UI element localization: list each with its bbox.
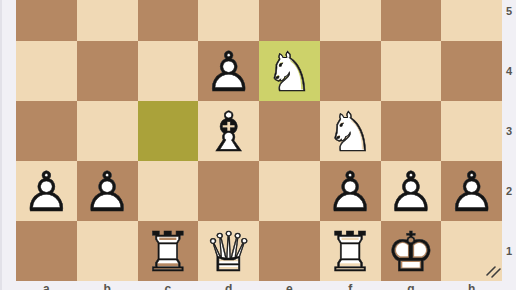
rank-label-4: 4 [502, 41, 516, 101]
square-c1[interactable]: ♜♖ [138, 221, 199, 281]
file-coordinates: abcdefgh [16, 283, 502, 290]
square-d2[interactable] [198, 161, 259, 221]
square-f1[interactable]: ♜♖ [320, 221, 381, 281]
file-label-h: h [441, 283, 502, 290]
white-knight[interactable]: ♞♘ [265, 45, 314, 100]
square-b3[interactable] [77, 101, 138, 161]
square-f3[interactable]: ♞♘ [320, 101, 381, 161]
piece-glyph-outline: ♘ [265, 45, 314, 100]
rank-label-5: 5 [502, 0, 516, 41]
white-pawn[interactable]: ♟♙ [447, 165, 496, 220]
square-e1[interactable] [259, 221, 320, 281]
piece-glyph-outline: ♙ [325, 165, 374, 220]
square-a5[interactable] [16, 0, 77, 41]
square-c3[interactable] [138, 101, 199, 161]
white-bishop[interactable]: ♝♗ [204, 105, 253, 160]
piece-glyph-outline: ♙ [204, 45, 253, 100]
square-d4[interactable]: ♟♙ [198, 41, 259, 101]
square-c4[interactable] [138, 41, 199, 101]
square-g4[interactable] [381, 41, 442, 101]
square-g2[interactable]: ♟♙ [381, 161, 442, 221]
square-f5[interactable] [320, 0, 381, 41]
square-c5[interactable] [138, 0, 199, 41]
square-g3[interactable] [381, 101, 442, 161]
chess-board: ♟♙♞♘♝♗♞♘♟♙♟♙♟♙♟♙♟♙♜♖♛♕♜♖♚♔ [16, 0, 502, 281]
rank-coordinates: 54321 [502, 0, 516, 281]
square-h3[interactable] [441, 101, 502, 161]
square-e4[interactable]: ♞♘ [259, 41, 320, 101]
rank-label-1: 1 [502, 221, 516, 281]
file-label-c: c [138, 283, 199, 290]
square-b1[interactable] [77, 221, 138, 281]
piece-glyph-outline: ♖ [143, 225, 192, 280]
square-b5[interactable] [77, 0, 138, 41]
rank-label-3: 3 [502, 101, 516, 161]
square-f4[interactable] [320, 41, 381, 101]
board-resize-handle-icon[interactable] [486, 263, 502, 279]
square-h5[interactable] [441, 0, 502, 41]
piece-glyph-outline: ♙ [447, 165, 496, 220]
square-a3[interactable] [16, 101, 77, 161]
square-a2[interactable]: ♟♙ [16, 161, 77, 221]
file-label-g: g [381, 283, 442, 290]
white-queen[interactable]: ♛♕ [204, 225, 253, 280]
white-king[interactable]: ♚♔ [386, 225, 435, 280]
square-a4[interactable] [16, 41, 77, 101]
piece-glyph-outline: ♙ [386, 165, 435, 220]
square-e5[interactable] [259, 0, 320, 41]
square-b4[interactable] [77, 41, 138, 101]
piece-glyph-outline: ♖ [325, 225, 374, 280]
piece-glyph-outline: ♕ [204, 225, 253, 280]
square-g5[interactable] [381, 0, 442, 41]
square-f2[interactable]: ♟♙ [320, 161, 381, 221]
square-c2[interactable] [138, 161, 199, 221]
file-label-b: b [77, 283, 138, 290]
file-label-a: a [16, 283, 77, 290]
square-e2[interactable] [259, 161, 320, 221]
chess-board-viewport: ♟♙♞♘♝♗♞♘♟♙♟♙♟♙♟♙♟♙♜♖♛♕♜♖♚♔ 54321 abcdefg… [0, 0, 516, 290]
square-b2[interactable]: ♟♙ [77, 161, 138, 221]
square-e3[interactable] [259, 101, 320, 161]
rank-label-2: 2 [502, 161, 516, 221]
square-a1[interactable] [16, 221, 77, 281]
white-rook[interactable]: ♜♖ [325, 225, 374, 280]
file-label-f: f [320, 283, 381, 290]
square-d1[interactable]: ♛♕ [198, 221, 259, 281]
piece-glyph-outline: ♔ [386, 225, 435, 280]
white-pawn[interactable]: ♟♙ [82, 165, 131, 220]
square-d3[interactable]: ♝♗ [198, 101, 259, 161]
square-d5[interactable] [198, 0, 259, 41]
file-label-e: e [259, 283, 320, 290]
piece-glyph-outline: ♗ [204, 105, 253, 160]
white-pawn[interactable]: ♟♙ [325, 165, 374, 220]
white-rook[interactable]: ♜♖ [143, 225, 192, 280]
piece-glyph-outline: ♙ [22, 165, 71, 220]
square-g1[interactable]: ♚♔ [381, 221, 442, 281]
white-pawn[interactable]: ♟♙ [204, 45, 253, 100]
white-pawn[interactable]: ♟♙ [386, 165, 435, 220]
piece-glyph-outline: ♙ [82, 165, 131, 220]
file-label-d: d [198, 283, 259, 290]
square-h4[interactable] [441, 41, 502, 101]
piece-glyph-outline: ♘ [325, 105, 374, 160]
white-pawn[interactable]: ♟♙ [22, 165, 71, 220]
square-h2[interactable]: ♟♙ [441, 161, 502, 221]
white-knight[interactable]: ♞♘ [325, 105, 374, 160]
